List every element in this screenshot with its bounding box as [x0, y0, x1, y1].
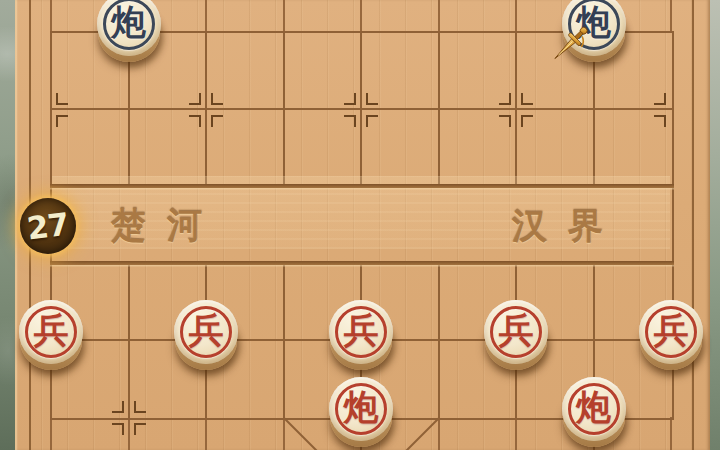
river-label-chu-he: 楚河	[111, 208, 223, 243]
move-counter-badge: 27	[20, 198, 76, 254]
point-marker-corner	[56, 115, 68, 127]
point-marker-corner	[521, 93, 533, 105]
piece-red-soldier-2[interactable]: 兵	[172, 300, 240, 372]
point-marker-corner	[366, 115, 378, 127]
point-marker-corner	[654, 93, 666, 105]
point-marker-corner	[366, 93, 378, 105]
xiangqi-game-screen: 楚河 汉界 炮 炮	[0, 0, 720, 450]
file-line-stub	[360, 0, 362, 33]
piece-face: 兵	[329, 300, 393, 364]
table-background-right	[709, 0, 720, 450]
piece-red-soldier-1[interactable]: 兵	[17, 300, 85, 372]
piece-character: 炮	[562, 390, 626, 425]
point-marker-corner	[134, 401, 146, 413]
piece-character: 兵	[174, 313, 238, 348]
piece-black-cannon-left[interactable]: 炮	[95, 0, 163, 64]
piece-character: 兵	[639, 313, 703, 348]
file-line-stub	[515, 417, 517, 450]
piece-face: 兵	[484, 300, 548, 364]
point-marker-corner	[521, 115, 533, 127]
piece-character: 兵	[19, 313, 83, 348]
point-marker-corner	[112, 401, 124, 413]
point-marker-corner	[211, 93, 223, 105]
point-marker-corner	[654, 115, 666, 127]
piece-character: 兵	[484, 313, 548, 348]
point-marker-corner	[499, 115, 511, 127]
file-line-stub	[283, 0, 285, 33]
board-outer-border-right	[692, 0, 694, 450]
xiangqi-board[interactable]: 楚河 汉界 炮 炮	[15, 0, 710, 450]
river-top-edge	[50, 184, 674, 188]
piece-face: 兵	[174, 300, 238, 364]
file-line-stub	[50, 417, 52, 450]
file-line-stub	[515, 0, 517, 33]
move-counter-value: 27	[25, 206, 70, 247]
piece-red-cannon-right[interactable]: 炮	[560, 377, 628, 449]
piece-character: 炮	[329, 390, 393, 425]
file-line-stub	[205, 417, 207, 450]
piece-red-soldier-5[interactable]: 兵	[637, 300, 705, 372]
piece-face: 兵	[639, 300, 703, 364]
file-line-stub	[670, 417, 672, 450]
point-marker-corner	[134, 423, 146, 435]
point-marker-corner	[189, 93, 201, 105]
piece-red-cannon-center[interactable]: 炮	[327, 377, 395, 449]
piece-character: 兵	[329, 313, 393, 348]
river-label-han-jie: 汉界	[512, 209, 624, 244]
piece-face: 兵	[19, 300, 83, 364]
piece-red-soldier-3[interactable]: 兵	[327, 300, 395, 372]
file-line-stub	[283, 417, 285, 450]
piece-red-soldier-4[interactable]: 兵	[482, 300, 550, 372]
file-line-stub	[438, 0, 440, 33]
point-marker-corner	[344, 93, 356, 105]
point-marker-corner	[211, 115, 223, 127]
file-line-stub	[50, 0, 52, 33]
file-line-stub	[205, 0, 207, 33]
point-marker-corner	[189, 115, 201, 127]
palace-diagonal	[283, 417, 318, 450]
file-line-stub	[128, 417, 130, 450]
palace-diagonal	[404, 417, 439, 450]
point-marker-corner	[112, 423, 124, 435]
piece-black-cannon-right[interactable]: 炮	[560, 0, 628, 64]
piece-face: 炮	[329, 377, 393, 441]
point-marker-corner	[344, 115, 356, 127]
piece-character: 炮	[97, 5, 161, 40]
piece-face: 炮	[562, 377, 626, 441]
point-marker-corner	[499, 93, 511, 105]
point-marker-corner	[56, 93, 68, 105]
file-line-stub	[438, 417, 440, 450]
file-line-stub	[670, 0, 672, 33]
river-bottom-edge	[50, 261, 674, 265]
